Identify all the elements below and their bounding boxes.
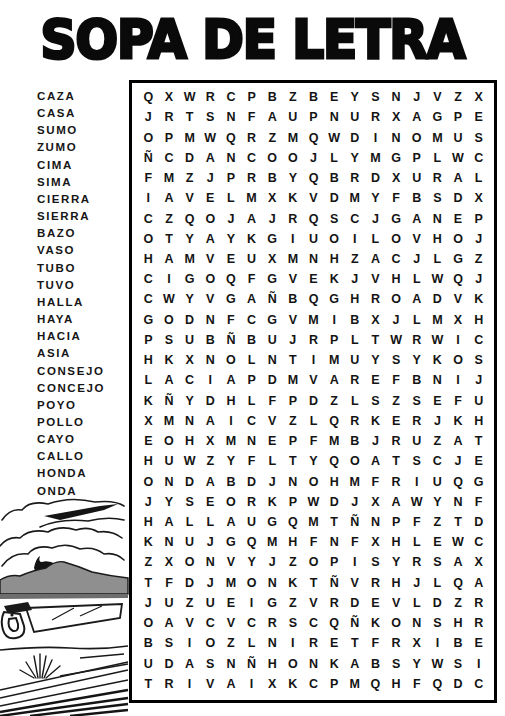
grid-cell-r9c12: A (365, 249, 386, 269)
grid-cell-r20c8: N (283, 471, 304, 491)
grid-cell-r22c4: L (200, 512, 221, 532)
grid-cell-r5c6: R (241, 168, 262, 188)
grid-cell-r15c13: F (386, 370, 407, 390)
grid-cell-r30c3: I (179, 674, 200, 694)
grid-cell-r8c12: L (365, 229, 386, 249)
grid-cell-r4c2: C (159, 148, 180, 168)
grid-cell-r24c17: X (468, 552, 489, 572)
grid-cell-r2c13: X (386, 107, 407, 127)
grid-cell-r19c5: Y (221, 451, 242, 471)
grid-cell-r18c7: E (262, 431, 283, 451)
grid-cell-r26c4: U (200, 593, 221, 613)
grid-cell-r13c16: I (448, 330, 469, 350)
grid-cell-r3c9: Q (303, 127, 324, 147)
grid-cell-r27c14: N (406, 613, 427, 633)
grid-cell-r19c1: H (138, 451, 159, 471)
grid-cell-r8c1: O (138, 229, 159, 249)
grid-cell-r8c10: O (324, 229, 345, 249)
grass-icon (20, 654, 60, 678)
grid-cell-r27c4: C (200, 613, 221, 633)
grid-cell-r26c16: Z (448, 593, 469, 613)
grid-cell-r30c9: C (303, 674, 324, 694)
grid-cell-r11c11: H (344, 289, 365, 309)
grid-cell-r7c11: C (344, 208, 365, 228)
grid-cell-r15c11: R (344, 370, 365, 390)
grid-cell-r29c16: S (448, 654, 469, 674)
grid-cell-r9c2: A (159, 249, 180, 269)
grid-cell-r21c4: E (200, 492, 221, 512)
grid-cell-r23c11: F (344, 532, 365, 552)
grid-cell-r28c12: F (365, 633, 386, 653)
grid-cell-r15c10: A (324, 370, 345, 390)
grid-cell-r22c13: P (386, 512, 407, 532)
grid-cell-r29c5: N (221, 654, 242, 674)
grid-cell-r21c5: O (221, 492, 242, 512)
grid-cell-r30c15: Q (427, 674, 448, 694)
grid-cell-r12c16: X (448, 310, 469, 330)
grid-cell-r25c14: J (406, 573, 427, 593)
word-list-item-consejo: CONSEJO (37, 363, 132, 380)
grid-cell-r26c13: V (386, 593, 407, 613)
grid-cell-r28c2: S (159, 633, 180, 653)
grid-cell-r14c10: M (324, 350, 345, 370)
grid-cell-r3c12: I (365, 127, 386, 147)
grid-cell-r30c14: F (406, 674, 427, 694)
grid-cell-r29c10: K (324, 654, 345, 674)
grid-cell-r27c15: S (427, 613, 448, 633)
grid-cell-r11c4: V (200, 289, 221, 309)
grid-cell-r8c14: V (406, 229, 427, 249)
grid-cell-r29c11: A (344, 654, 365, 674)
grid-cell-r29c9: N (303, 654, 324, 674)
grid-cell-r13c2: S (159, 330, 180, 350)
grid-cell-r18c15: Z (427, 431, 448, 451)
grid-cell-r8c3: Y (179, 229, 200, 249)
grid-cell-r4c15: L (427, 148, 448, 168)
grid-cell-r22c7: G (262, 512, 283, 532)
grid-cell-r9c9: N (303, 249, 324, 269)
grid-cell-r20c6: D (241, 471, 262, 491)
grid-cell-r8c13: O (386, 229, 407, 249)
grid-cell-r4c1: Ñ (138, 148, 159, 168)
grid-cell-r25c10: Ñ (324, 573, 345, 593)
grid-cell-r25c4: J (200, 573, 221, 593)
grid-cell-r7c17: P (468, 208, 489, 228)
grid-cell-r7c12: J (365, 208, 386, 228)
grid-cell-r16c12: S (365, 391, 386, 411)
grid-cell-r18c8: P (283, 431, 304, 451)
grid-cell-r9c1: H (138, 249, 159, 269)
grid-cell-r10c9: E (303, 269, 324, 289)
word-list-item-tuvo: TUVO (37, 277, 132, 294)
grid-cell-r28c1: B (138, 633, 159, 653)
grid-cell-r24c9: O (303, 552, 324, 572)
grid-cell-r26c12: E (365, 593, 386, 613)
grid-cell-r17c5: I (221, 411, 242, 431)
grid-cell-r4c3: D (179, 148, 200, 168)
grid-cell-r15c7: D (262, 370, 283, 390)
grid-cell-r29c13: S (386, 654, 407, 674)
grid-cell-r6c7: X (262, 188, 283, 208)
grid-cell-r7c5: J (221, 208, 242, 228)
grid-cell-r27c12: K (365, 613, 386, 633)
grid-cell-r10c5: Q (221, 269, 242, 289)
grid-cell-r18c14: U (406, 431, 427, 451)
grid-cell-r13c8: J (283, 330, 304, 350)
grid-cell-r12c2: O (159, 310, 180, 330)
grid-cell-r27c11: Ñ (344, 613, 365, 633)
grid-cell-r19c3: W (179, 451, 200, 471)
grid-cell-r11c7: Ñ (262, 289, 283, 309)
grid-cell-r3c17: S (468, 127, 489, 147)
grid-cell-r2c8: U (283, 107, 304, 127)
grid-cell-r5c12: D (365, 168, 386, 188)
grid-cell-r21c16: N (448, 492, 469, 512)
grid-cell-r1c6: P (241, 87, 262, 107)
grid-cell-r15c16: I (448, 370, 469, 390)
grid-cell-r17c8: Z (283, 411, 304, 431)
grid-cell-r12c10: I (324, 310, 345, 330)
word-list-item-vaso: VASO (37, 242, 132, 259)
grid-cell-r22c9: M (303, 512, 324, 532)
grid-cell-r26c6: I (241, 593, 262, 613)
grid-cell-r28c14: X (406, 633, 427, 653)
grid-cell-r20c1: O (138, 471, 159, 491)
grid-cell-r12c14: L (406, 310, 427, 330)
grid-cell-r1c7: B (262, 87, 283, 107)
grid-cell-r4c17: C (468, 148, 489, 168)
grid-cell-r27c10: Q (324, 613, 345, 633)
grid-cell-r7c15: N (427, 208, 448, 228)
grid-cell-r20c7: J (262, 471, 283, 491)
grid-cell-r27c2: A (159, 613, 180, 633)
grid-cell-r20c13: R (386, 471, 407, 491)
grid-cell-r19c17: E (468, 451, 489, 471)
grid-cell-r16c2: Ñ (159, 391, 180, 411)
grid-cell-r28c6: L (241, 633, 262, 653)
grid-cell-r19c6: F (241, 451, 262, 471)
grid-cell-r2c4: S (200, 107, 221, 127)
grid-cell-r12c1: G (138, 310, 159, 330)
grid-cell-r30c10: P (324, 674, 345, 694)
grid-cell-r1c5: C (221, 87, 242, 107)
grid-cell-r9c6: U (241, 249, 262, 269)
grid-cell-r15c17: J (468, 370, 489, 390)
grid-cell-r30c6: I (241, 674, 262, 694)
grid-cell-r19c16: J (448, 451, 469, 471)
grid-cell-r10c7: G (262, 269, 283, 289)
grid-cell-r20c10: H (324, 471, 345, 491)
grid-cell-r4c12: M (365, 148, 386, 168)
grid-cell-r5c4: J (200, 168, 221, 188)
grid-cell-r9c14: J (406, 249, 427, 269)
grid-cell-r11c2: W (159, 289, 180, 309)
grid-cell-r22c1: H (138, 512, 159, 532)
grid-cell-r22c8: Q (283, 512, 304, 532)
grid-cell-r23c4: J (200, 532, 221, 552)
grid-cell-r12c7: G (262, 310, 283, 330)
grid-cell-r3c2: P (159, 127, 180, 147)
grid-cell-r21c8: P (283, 492, 304, 512)
grid-cell-r1c3: W (179, 87, 200, 107)
grid-cell-r6c16: D (448, 188, 469, 208)
grid-cell-r24c11: I (344, 552, 365, 572)
grid-cell-r6c5: L (221, 188, 242, 208)
grid-cell-r16c17: U (468, 391, 489, 411)
grid-cell-r24c3: O (179, 552, 200, 572)
grid-cell-r28c16: B (448, 633, 469, 653)
grid-cell-r16c13: Z (386, 391, 407, 411)
grid-cell-r18c5: M (221, 431, 242, 451)
grid-cell-r12c4: N (200, 310, 221, 330)
handsaw-icon (2, 602, 122, 638)
grid-cell-r24c12: S (365, 552, 386, 572)
grid-cell-r16c1: K (138, 391, 159, 411)
grid-cell-r25c13: H (386, 573, 407, 593)
grid-cell-r11c3: Y (179, 289, 200, 309)
page-title: SOPA DE LETRA (0, 2, 505, 78)
grid-cell-r4c8: O (283, 148, 304, 168)
grid-cell-r3c1: O (138, 127, 159, 147)
grid-cell-r4c9: J (303, 148, 324, 168)
grid-cell-r7c13: G (386, 208, 407, 228)
grid-cell-r17c3: N (179, 411, 200, 431)
grid-cell-r20c5: B (221, 471, 242, 491)
grid-cell-r25c16: Q (448, 573, 469, 593)
grid-cell-r16c8: P (283, 391, 304, 411)
grid-cell-r20c12: F (365, 471, 386, 491)
word-list-item-sierra: SIERRA (37, 208, 132, 225)
grid-cell-r17c15: J (427, 411, 448, 431)
grid-cell-r19c14: S (406, 451, 427, 471)
grid-cell-r25c7: N (262, 573, 283, 593)
grid-cell-r12c17: H (468, 310, 489, 330)
grid-cell-r27c16: H (448, 613, 469, 633)
grid-cell-r14c9: I (303, 350, 324, 370)
grid-cell-r30c16: D (448, 674, 469, 694)
grid-cell-r21c11: J (344, 492, 365, 512)
grid-cell-r9c13: C (386, 249, 407, 269)
grid-cell-r13c17: C (468, 330, 489, 350)
grid-cell-r5c16: A (448, 168, 469, 188)
grid-cell-r13c10: P (324, 330, 345, 350)
grid-cell-r29c4: S (200, 654, 221, 674)
grid-cell-r10c10: K (324, 269, 345, 289)
grid-cell-r14c6: L (241, 350, 262, 370)
grid-cell-r4c5: N (221, 148, 242, 168)
grid-cell-r14c3: X (179, 350, 200, 370)
grid-cell-r18c16: A (448, 431, 469, 451)
grid-cell-r28c8: I (283, 633, 304, 653)
grid-cell-r5c11: R (344, 168, 365, 188)
grid-cell-r6c8: K (283, 188, 304, 208)
grid-cell-r7c1: C (138, 208, 159, 228)
grid-cell-r24c5: V (221, 552, 242, 572)
mountain-icon (0, 562, 128, 594)
grid-cell-r2c2: R (159, 107, 180, 127)
grid-cell-r16c11: L (344, 391, 365, 411)
grid-cell-r15c14: B (406, 370, 427, 390)
grid-cell-r4c4: A (200, 148, 221, 168)
grid-cell-r16c5: H (221, 391, 242, 411)
grid-cell-r10c8: V (283, 269, 304, 289)
grid-cell-r5c9: Q (303, 168, 324, 188)
grid-cell-r7c4: O (200, 208, 221, 228)
grid-cell-r19c9: Y (303, 451, 324, 471)
grid-cell-r29c14: Y (406, 654, 427, 674)
grid-cell-r9c7: X (262, 249, 283, 269)
word-list-item-casa: CASA (37, 105, 132, 122)
grid-cell-r11c14: A (406, 289, 427, 309)
word-list-item-concejo: CONCEJO (37, 380, 132, 397)
word-list-item-sumo: SUMO (37, 122, 132, 139)
grid-cell-r14c13: S (386, 350, 407, 370)
grid-cell-r27c6: C (241, 613, 262, 633)
grid-cell-r29c15: W (427, 654, 448, 674)
grid-cell-r22c12: N (365, 512, 386, 532)
grid-cell-r29c3: A (179, 654, 200, 674)
grid-cell-r25c9: T (303, 573, 324, 593)
grid-cell-r25c11: V (344, 573, 365, 593)
grid-cell-r9c5: E (221, 249, 242, 269)
grid-cell-r23c12: X (365, 532, 386, 552)
grid-cell-r27c17: R (468, 613, 489, 633)
grid-cell-r26c10: R (324, 593, 345, 613)
grid-cell-r30c8: K (283, 674, 304, 694)
grid-cell-r11c12: R (365, 289, 386, 309)
grid-cell-r22c10: T (324, 512, 345, 532)
grid-cell-r28c9: R (303, 633, 324, 653)
grid-cell-r25c6: O (241, 573, 262, 593)
grid-cell-r19c11: O (344, 451, 365, 471)
grid-cell-r8c15: H (427, 229, 448, 249)
grid-cell-r22c14: F (406, 512, 427, 532)
word-list: CAZACASASUMOZUMOCIMASIMACIERRASIERRABAZO… (37, 88, 132, 500)
grid-cell-r19c10: Q (324, 451, 345, 471)
grid-cell-r30c7: X (262, 674, 283, 694)
grid-cell-r16c6: L (241, 391, 262, 411)
grid-cell-r17c4: A (200, 411, 221, 431)
grid-cell-r11c17: K (468, 289, 489, 309)
grid-cell-r27c1: O (138, 613, 159, 633)
word-list-item-hacia: HACIA (37, 328, 132, 345)
grid-cell-r2c9: P (303, 107, 324, 127)
grid-cell-r21c15: Y (427, 492, 448, 512)
grid-cell-r27c13: O (386, 613, 407, 633)
grid-cell-r18c6: N (241, 431, 262, 451)
grid-cell-r24c16: A (448, 552, 469, 572)
grid-cell-r29c1: U (138, 654, 159, 674)
grid-cell-r7c7: J (262, 208, 283, 228)
grid-cell-r12c6: C (241, 310, 262, 330)
grid-cell-r13c9: R (303, 330, 324, 350)
word-list-item-asia: ASIA (37, 345, 132, 362)
grid-cell-r26c3: Z (179, 593, 200, 613)
grid-cell-r24c6: Y (241, 552, 262, 572)
grid-cell-r10c6: F (241, 269, 262, 289)
grid-cell-r13c3: U (179, 330, 200, 350)
grid-cell-r5c14: U (406, 168, 427, 188)
grid-cell-r14c2: K (159, 350, 180, 370)
grid-cell-r14c17: S (468, 350, 489, 370)
grid-cell-r4c14: P (406, 148, 427, 168)
grid-cell-r2c5: N (221, 107, 242, 127)
grid-cell-r24c2: X (159, 552, 180, 572)
grid-cell-r25c2: F (159, 573, 180, 593)
grid-cell-r5c15: R (427, 168, 448, 188)
grid-cell-r14c4: N (200, 350, 221, 370)
grid-cell-r1c14: J (406, 87, 427, 107)
grid-cell-r30c11: M (344, 674, 365, 694)
grid-cell-r9c8: M (283, 249, 304, 269)
grid-cell-r9c16: G (448, 249, 469, 269)
grid-cell-r21c12: X (365, 492, 386, 512)
grid-cell-r23c8: H (283, 532, 304, 552)
grid-cell-r24c8: Z (283, 552, 304, 572)
grid-cell-r11c5: G (221, 289, 242, 309)
grid-cell-r6c13: F (386, 188, 407, 208)
grid-cell-r7c3: Q (179, 208, 200, 228)
grid-cell-r21c3: S (179, 492, 200, 512)
horizon-line (0, 646, 128, 650)
clouds-icon (0, 499, 124, 566)
grid-cell-r23c17: C (468, 532, 489, 552)
grid-cell-r23c13: H (386, 532, 407, 552)
grid-cell-r3c13: N (386, 127, 407, 147)
grid-cell-r15c2: A (159, 370, 180, 390)
grid-cell-r10c1: C (138, 269, 159, 289)
grid-cell-r11c13: O (386, 289, 407, 309)
grid-cell-r26c9: V (303, 593, 324, 613)
grid-cell-r8c2: T (159, 229, 180, 249)
grid-cell-r19c8: T (283, 451, 304, 471)
grid-cell-r10c16: Q (448, 269, 469, 289)
grid-cell-r20c4: A (200, 471, 221, 491)
grid-cell-r19c4: Z (200, 451, 221, 471)
grid-cell-r20c17: G (468, 471, 489, 491)
grid-cell-r10c12: V (365, 269, 386, 289)
word-list-item-caza: CAZA (37, 88, 132, 105)
grid-cell-r28c17: E (468, 633, 489, 653)
grid-cell-r15c4: I (200, 370, 221, 390)
grid-cell-r18c2: O (159, 431, 180, 451)
word-list-item-haya: HAYA (37, 311, 132, 328)
grid-cell-r14c8: T (283, 350, 304, 370)
grid-cell-r2c3: T (179, 107, 200, 127)
grid-cell-r6c17: X (468, 188, 489, 208)
grid-cell-r12c5: F (221, 310, 242, 330)
grid-cell-r15c6: P (241, 370, 262, 390)
grid-cell-r3c16: U (448, 127, 469, 147)
grid-cell-r25c1: T (138, 573, 159, 593)
grid-cell-r5c10: B (324, 168, 345, 188)
grid-cell-r13c14: R (406, 330, 427, 350)
grid-cell-r26c14: L (406, 593, 427, 613)
grid-cell-r21c7: K (262, 492, 283, 512)
grid-cell-r2c10: N (324, 107, 345, 127)
grid-cell-r22c16: T (448, 512, 469, 532)
grid-cell-r2c11: U (344, 107, 365, 127)
grid-cell-r12c8: V (283, 310, 304, 330)
grid-cell-r11c6: A (241, 289, 262, 309)
grid-cell-r10c3: G (179, 269, 200, 289)
grid-cell-r25c17: A (468, 573, 489, 593)
grid-cell-r23c9: F (303, 532, 324, 552)
grid-cell-r5c17: L (468, 168, 489, 188)
grid-cell-r30c1: T (138, 674, 159, 694)
grid-cell-r7c9: Q (303, 208, 324, 228)
grid-cell-r27c3: V (179, 613, 200, 633)
